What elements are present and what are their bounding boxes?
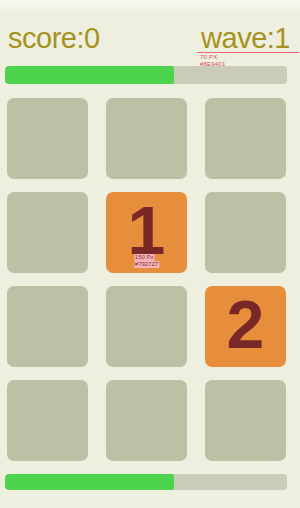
tile-annotation: 150 Px#792727 [134, 254, 159, 268]
tile-size-annotation: 150 Px [134, 254, 155, 261]
tile-empty [106, 98, 187, 179]
wave-annotation-underline [197, 52, 299, 53]
bottom-progress-bar [5, 474, 287, 490]
tile-empty [205, 192, 286, 273]
tile-empty [205, 380, 286, 461]
top-progress-bar [5, 66, 287, 84]
tile-empty [106, 286, 187, 367]
tile-empty [7, 192, 88, 273]
tile-1: 1150 Px#792727 [106, 192, 187, 273]
tile-empty [7, 380, 88, 461]
tile-empty [106, 380, 187, 461]
top-progress-fill [5, 66, 174, 84]
top-highlight-strip [0, 0, 300, 13]
bottom-progress-fill [5, 474, 174, 490]
tile-empty [7, 286, 88, 367]
tile-empty [7, 98, 88, 179]
game-screen: score:0 wave:1 70 PX #8E9401 1150 Px#792… [0, 0, 300, 508]
tile-number: 2 [227, 290, 265, 358]
tile-empty [205, 98, 286, 179]
score-label: score:0 [8, 24, 100, 53]
tile-2: 2 [205, 286, 286, 367]
tile-color-annotation: #792727 [134, 261, 159, 268]
wave-label: wave:1 [201, 24, 290, 53]
game-board[interactable]: 1150 Px#7927272 [7, 98, 286, 461]
wave-size-annotation: 70 PX [200, 54, 225, 61]
